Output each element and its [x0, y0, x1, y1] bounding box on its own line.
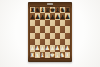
board-grid: ♜♞♝♛♚♝♞♜♟♟♟♟♟♟♟♟♟♟♟♟♟♟♟♟♜♞♝♛♚♝♞♜: [30, 7, 70, 58]
white-pawn: ♟: [65, 45, 70, 51]
black-rook: ♜: [65, 7, 70, 13]
square-h1[interactable]: ♜: [65, 52, 70, 58]
photo-background: ♜♞♝♛♚♝♞♜♟♟♟♟♟♟♟♟♟♟♟♟♟♟♟♟♜♞♝♛♚♝♞♜: [0, 0, 100, 67]
black-pawn: ♟: [65, 13, 70, 19]
white-rook: ♜: [65, 52, 70, 58]
clasp-latch-icon: [47, 3, 53, 6]
chess-board: ♜♞♝♛♚♝♞♜♟♟♟♟♟♟♟♟♟♟♟♟♟♟♟♟♜♞♝♛♚♝♞♜: [28, 2, 72, 62]
